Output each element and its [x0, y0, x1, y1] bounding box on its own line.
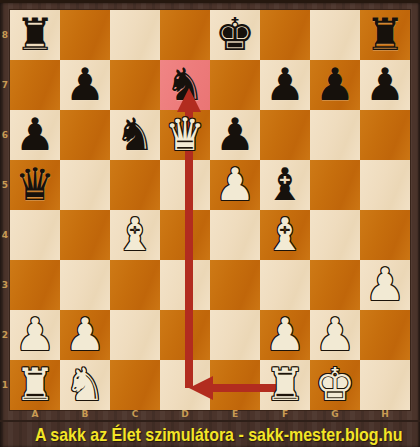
black-pawn-f7[interactable]: ♟ [260, 60, 310, 110]
file-label-h: H [360, 409, 410, 420]
square-d3[interactable] [160, 260, 210, 310]
square-e4[interactable] [210, 210, 260, 260]
square-b8[interactable] [60, 10, 110, 60]
square-a4[interactable] [10, 210, 60, 260]
square-b6[interactable] [60, 110, 110, 160]
square-c8[interactable] [110, 10, 160, 60]
black-pawn-a6[interactable]: ♟ [10, 110, 60, 160]
white-bishop-f4[interactable]: ♝ [260, 210, 310, 260]
chess-board: ♜♚♜♟♞♟♟♟♟♞♛♟♛♟♝♝♝♟♟♟♟♟♜♞♜♚ [10, 10, 410, 410]
file-label-d: D [160, 409, 210, 420]
square-h2[interactable] [360, 310, 410, 360]
rank-label-4: 4 [0, 210, 10, 260]
chess-diagram: ♜♚♜♟♞♟♟♟♟♞♛♟♛♟♝♝♝♟♟♟♟♟♜♞♜♚ 87654321 ABCD… [0, 0, 420, 447]
square-d1[interactable] [160, 360, 210, 410]
square-a7[interactable] [10, 60, 60, 110]
square-c1[interactable] [110, 360, 160, 410]
square-a3[interactable] [10, 260, 60, 310]
caption-banner: A sakk az Élet szimulátora - sakk-mester… [0, 420, 420, 447]
white-rook-f1[interactable]: ♜ [260, 360, 310, 410]
rank-label-8: 8 [0, 10, 10, 60]
square-h6[interactable] [360, 110, 410, 160]
square-d5[interactable] [160, 160, 210, 210]
rank-label-7: 7 [0, 60, 10, 110]
square-g6[interactable] [310, 110, 360, 160]
rank-label-6: 6 [0, 110, 10, 160]
square-d4[interactable] [160, 210, 210, 260]
black-rook-a8[interactable]: ♜ [10, 10, 60, 60]
square-b5[interactable] [60, 160, 110, 210]
white-pawn-b2[interactable]: ♟ [60, 310, 110, 360]
square-d2[interactable] [160, 310, 210, 360]
rank-label-3: 3 [0, 260, 10, 310]
white-queen-d6[interactable]: ♛ [160, 110, 210, 160]
square-h1[interactable] [360, 360, 410, 410]
square-h5[interactable] [360, 160, 410, 210]
square-d8[interactable] [160, 10, 210, 60]
square-e1[interactable] [210, 360, 260, 410]
square-f3[interactable] [260, 260, 310, 310]
square-c7[interactable] [110, 60, 160, 110]
black-rook-h8[interactable]: ♜ [360, 10, 410, 60]
caption-text: A sakk az Élet szimulátora - sakk-mester… [35, 422, 403, 447]
white-king-g1[interactable]: ♚ [310, 360, 360, 410]
square-g8[interactable] [310, 10, 360, 60]
white-pawn-e5[interactable]: ♟ [210, 160, 260, 210]
square-c3[interactable] [110, 260, 160, 310]
square-g4[interactable] [310, 210, 360, 260]
white-pawn-h3[interactable]: ♟ [360, 260, 410, 310]
black-pawn-h7[interactable]: ♟ [360, 60, 410, 110]
square-e3[interactable] [210, 260, 260, 310]
white-bishop-c4[interactable]: ♝ [110, 210, 160, 260]
square-c5[interactable] [110, 160, 160, 210]
white-knight-b1[interactable]: ♞ [60, 360, 110, 410]
black-pawn-g7[interactable]: ♟ [310, 60, 360, 110]
white-pawn-g2[interactable]: ♟ [310, 310, 360, 360]
black-pawn-b7[interactable]: ♟ [60, 60, 110, 110]
black-king-e8[interactable]: ♚ [210, 10, 260, 60]
white-pawn-f2[interactable]: ♟ [260, 310, 310, 360]
file-label-e: E [210, 409, 260, 420]
file-label-c: C [110, 409, 160, 420]
rank-label-5: 5 [0, 160, 10, 210]
square-f6[interactable] [260, 110, 310, 160]
black-queen-a5[interactable]: ♛ [10, 160, 60, 210]
square-c2[interactable] [110, 310, 160, 360]
black-knight-d7[interactable]: ♞ [160, 60, 210, 110]
square-b4[interactable] [60, 210, 110, 260]
black-pawn-e6[interactable]: ♟ [210, 110, 260, 160]
square-g3[interactable] [310, 260, 360, 310]
square-b3[interactable] [60, 260, 110, 310]
frame-top-edge [0, 0, 420, 3]
rank-label-2: 2 [0, 310, 10, 360]
white-pawn-a2[interactable]: ♟ [10, 310, 60, 360]
square-h4[interactable] [360, 210, 410, 260]
square-e2[interactable] [210, 310, 260, 360]
square-e7[interactable] [210, 60, 260, 110]
square-g5[interactable] [310, 160, 360, 210]
square-f8[interactable] [260, 10, 310, 60]
rank-label-1: 1 [0, 360, 10, 410]
black-bishop-f5[interactable]: ♝ [260, 160, 310, 210]
black-knight-c6[interactable]: ♞ [110, 110, 160, 160]
white-rook-a1[interactable]: ♜ [10, 360, 60, 410]
